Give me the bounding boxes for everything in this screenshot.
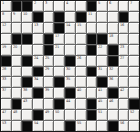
- cell-r5c5-block: [44, 45, 54, 55]
- clue-number: 29: [45, 67, 49, 71]
- clue-number: 18: [109, 34, 113, 38]
- cell-r8c7[interactable]: 35: [65, 77, 75, 87]
- cell-r3c3[interactable]: [22, 23, 32, 33]
- cell-r9c5[interactable]: 39: [44, 88, 54, 98]
- cell-r6c9[interactable]: [87, 56, 97, 66]
- clue-number: 38: [23, 88, 27, 92]
- cell-r6c5[interactable]: 25: [44, 56, 54, 66]
- cell-r5c1[interactable]: 19: [1, 45, 11, 55]
- cell-r4c13[interactable]: [129, 34, 139, 44]
- cell-r3c13[interactable]: [129, 23, 139, 33]
- cell-r1c10[interactable]: 5: [97, 1, 107, 11]
- clue-number: 5: [98, 1, 100, 5]
- cell-r4c12[interactable]: [119, 34, 129, 44]
- cell-r4c6[interactable]: 17: [54, 34, 64, 44]
- cell-r1c6[interactable]: [54, 1, 64, 11]
- cell-r10c5[interactable]: [44, 99, 54, 109]
- clue-number: 24: [34, 56, 38, 60]
- clue-number: 8: [2, 12, 4, 16]
- clue-number: 51: [98, 110, 102, 114]
- cell-r4c9-block: [87, 34, 97, 44]
- cell-r10c9-block: [87, 99, 97, 109]
- cell-r5c13[interactable]: [129, 45, 139, 55]
- cell-r11c6[interactable]: 50: [54, 110, 64, 120]
- cell-r4c11[interactable]: 18: [108, 34, 118, 44]
- clue-number: 19: [2, 45, 6, 49]
- cell-r3c1[interactable]: 12: [1, 23, 11, 33]
- cell-r1c13[interactable]: 7: [129, 1, 139, 11]
- cell-r5c6[interactable]: 21: [54, 45, 64, 55]
- clue-number: 53: [2, 121, 6, 125]
- crossword-grid: 1234567891011121314151617181920212223242…: [0, 0, 140, 132]
- clue-number: 45: [98, 99, 102, 103]
- cell-r9c13[interactable]: [129, 88, 139, 98]
- cell-r5c8[interactable]: [76, 45, 86, 55]
- cell-r8c9[interactable]: [87, 77, 97, 87]
- cell-r1c1[interactable]: 1: [1, 1, 11, 11]
- cell-r11c5[interactable]: 49: [44, 110, 54, 120]
- clue-number: 46: [109, 99, 113, 103]
- cell-r3c11[interactable]: [108, 23, 118, 33]
- cell-r8c4[interactable]: 34: [33, 77, 43, 87]
- clue-number: 39: [45, 88, 49, 92]
- clue-number: 49: [45, 110, 49, 114]
- cell-r1c2-block: [12, 1, 22, 11]
- cell-r5c2[interactable]: 20: [12, 45, 22, 55]
- cell-r12c3-block: [22, 121, 32, 131]
- clue-number: 17: [55, 34, 59, 38]
- cell-r4c7[interactable]: [65, 34, 75, 44]
- cell-r1c7[interactable]: 4: [65, 1, 75, 11]
- cell-r12c7-block: [65, 121, 75, 131]
- cell-r6c7-block: [65, 56, 75, 66]
- cell-r8c12[interactable]: [119, 77, 129, 87]
- clue-number: 52: [130, 110, 134, 114]
- cell-r9c3[interactable]: 38: [22, 88, 32, 98]
- cell-r10c13-block: [129, 99, 139, 109]
- cell-r8c1[interactable]: 33: [1, 77, 11, 87]
- cell-r12c5[interactable]: [44, 121, 54, 131]
- cell-r9c6[interactable]: [54, 88, 64, 98]
- cell-r7c6[interactable]: [54, 67, 64, 77]
- cell-r4c8[interactable]: [76, 34, 86, 44]
- cell-r8c5[interactable]: [44, 77, 54, 87]
- clue-number: 47: [2, 110, 6, 114]
- cell-r8c8[interactable]: [76, 77, 86, 87]
- cell-r6c2[interactable]: [12, 56, 22, 66]
- cell-r11c9-block: [87, 110, 97, 120]
- clue-number: 25: [45, 56, 49, 60]
- cell-r11c2[interactable]: 48: [12, 110, 22, 120]
- cell-r9c2[interactable]: [12, 88, 22, 98]
- cell-r12c4[interactable]: 54: [33, 121, 43, 131]
- cell-r7c5[interactable]: 29: [44, 67, 54, 77]
- cell-r12c1[interactable]: 53: [1, 121, 11, 131]
- crossword-puzzle: 1234567891011121314151617181920212223242…: [0, 0, 140, 132]
- clue-number: 36: [109, 77, 113, 81]
- cell-r4c2-block: [12, 34, 22, 44]
- cell-r9c9[interactable]: [87, 88, 97, 98]
- cell-r1c3-block: [22, 1, 32, 11]
- clue-number: 43: [23, 99, 27, 103]
- cell-r4c5-block: [44, 34, 54, 44]
- clue-number: 44: [66, 99, 70, 103]
- cell-r3c7[interactable]: 14: [65, 23, 75, 33]
- cell-r2c8-block: [76, 12, 86, 22]
- clue-number: 10: [23, 12, 27, 16]
- cell-r11c11[interactable]: [108, 110, 118, 120]
- cell-r4c10-block: [97, 34, 107, 44]
- cell-r2c1[interactable]: 8: [1, 12, 11, 22]
- clue-number: 32: [109, 67, 113, 71]
- cell-r3c8[interactable]: 15: [76, 23, 86, 33]
- cell-r10c1[interactable]: [1, 99, 11, 109]
- cell-r2c13[interactable]: [129, 12, 139, 22]
- cell-r3c10[interactable]: [97, 23, 107, 33]
- cell-r7c3[interactable]: [22, 67, 32, 77]
- cell-r1c8[interactable]: [76, 1, 86, 11]
- clue-number: 21: [55, 45, 59, 49]
- cell-r6c10[interactable]: [97, 56, 107, 66]
- clue-number: 33: [2, 77, 6, 81]
- clue-number: 2: [34, 1, 36, 5]
- clue-number: 31: [98, 67, 102, 71]
- clue-number: 54: [34, 121, 38, 125]
- clue-number: 15: [77, 23, 81, 27]
- cell-r7c2[interactable]: [12, 67, 22, 77]
- cell-r3c2[interactable]: [12, 23, 22, 33]
- cell-r2c7[interactable]: [65, 12, 75, 22]
- cell-r3c4[interactable]: 13: [33, 23, 43, 33]
- cell-r10c4[interactable]: [33, 99, 43, 109]
- cell-r12c8[interactable]: 55: [76, 121, 86, 131]
- cell-r10c10[interactable]: 45: [97, 99, 107, 109]
- cell-r10c11[interactable]: 46: [108, 99, 118, 109]
- cell-r2c10[interactable]: [97, 12, 107, 22]
- cell-r10c12[interactable]: [119, 99, 129, 109]
- cell-r5c7[interactable]: [65, 45, 75, 55]
- cell-r3c6-block: [54, 23, 64, 33]
- cell-r7c8[interactable]: [76, 67, 86, 77]
- clue-number: 35: [66, 77, 70, 81]
- cell-r7c10[interactable]: 31: [97, 67, 107, 77]
- cell-r4c1[interactable]: [1, 34, 11, 44]
- cell-r12c13[interactable]: [129, 121, 139, 131]
- clue-number: 3: [45, 1, 47, 5]
- cell-r11c8[interactable]: [76, 110, 86, 120]
- cell-r7c4-block: [33, 67, 43, 77]
- clue-number: 56: [120, 121, 124, 125]
- clue-number: 11: [88, 12, 92, 16]
- clue-number: 26: [77, 56, 81, 60]
- cell-r7c13[interactable]: [129, 67, 139, 77]
- clue-number: 7: [130, 1, 132, 5]
- cell-r10c3[interactable]: 43: [22, 99, 32, 109]
- clue-number: 50: [55, 110, 59, 114]
- cell-r8c13[interactable]: [129, 77, 139, 87]
- cell-r8c6-block: [54, 77, 64, 87]
- clue-number: 20: [13, 45, 17, 49]
- clue-number: 1: [2, 1, 4, 5]
- clue-number: 37: [2, 88, 6, 92]
- clue-number: 13: [34, 23, 38, 27]
- cell-r7c12[interactable]: [119, 67, 129, 77]
- cell-r8c11[interactable]: 36: [108, 77, 118, 87]
- clue-number: 4: [66, 1, 68, 5]
- cell-r1c4[interactable]: 2: [33, 1, 43, 11]
- cell-r7c11[interactable]: 32: [108, 67, 118, 77]
- cell-r9c1[interactable]: 37: [1, 88, 11, 98]
- clue-number: 55: [77, 121, 81, 125]
- clue-number: 41: [98, 88, 102, 92]
- cell-r9c10[interactable]: 41: [97, 88, 107, 98]
- cell-r11c10[interactable]: 51: [97, 110, 107, 120]
- clue-number: 28: [2, 67, 6, 71]
- cell-r7c9-block: [87, 67, 97, 77]
- cell-r11c4-block: [33, 110, 43, 120]
- clue-number: 22: [98, 45, 102, 49]
- clue-number: 34: [34, 77, 38, 81]
- cell-r2c6-block: [54, 12, 64, 22]
- clue-number: 30: [66, 67, 70, 71]
- cell-r6c1-block: [1, 56, 11, 66]
- cell-r9c4-block: [33, 88, 43, 98]
- cell-r6c11-block: [108, 56, 118, 66]
- cell-r9c11-block: [108, 88, 118, 98]
- cell-r3c12[interactable]: 16: [119, 23, 129, 33]
- cell-r12c12[interactable]: 56: [119, 121, 129, 131]
- cell-r6c12[interactable]: 27: [119, 56, 129, 66]
- cell-r1c12[interactable]: [119, 1, 129, 11]
- cell-r4c4[interactable]: [33, 34, 43, 44]
- cell-r9c8[interactable]: 40: [76, 88, 86, 98]
- clue-number: 14: [66, 23, 70, 27]
- cell-r5c12[interactable]: 23: [119, 45, 129, 55]
- cell-r7c7[interactable]: 30: [65, 67, 75, 77]
- cell-r12c10[interactable]: [97, 121, 107, 131]
- cell-r12c11-block: [108, 121, 118, 131]
- clue-number: 42: [120, 88, 124, 92]
- cell-r6c3-block: [22, 56, 32, 66]
- cell-r6c13[interactable]: [129, 56, 139, 66]
- cell-r3c9[interactable]: [87, 23, 97, 33]
- cell-r9c12[interactable]: 42: [119, 88, 129, 98]
- cell-r5c3[interactable]: [22, 45, 32, 55]
- cell-r8c10-block: [97, 77, 107, 87]
- cell-r2c5[interactable]: [44, 12, 54, 22]
- cell-r10c6-block: [54, 99, 64, 109]
- cell-r2c4-block: [33, 12, 43, 22]
- cell-r2c11[interactable]: [108, 12, 118, 22]
- cell-r8c3-block: [22, 77, 32, 87]
- cell-r5c9-block: [87, 45, 97, 55]
- cell-r11c3[interactable]: [22, 110, 32, 120]
- cell-r5c11-block: [108, 45, 118, 55]
- cell-r2c3[interactable]: 10: [22, 12, 32, 22]
- cell-r4c3-block: [22, 34, 32, 44]
- cell-r2c2[interactable]: 9: [12, 12, 22, 22]
- cell-r1c5[interactable]: 3: [44, 1, 54, 11]
- cell-r11c13[interactable]: 52: [129, 110, 139, 120]
- clue-number: 16: [120, 23, 124, 27]
- cell-r10c7[interactable]: 44: [65, 99, 75, 109]
- cell-r9c7-block: [65, 88, 75, 98]
- clue-number: 6: [109, 1, 111, 5]
- clue-number: 12: [2, 23, 6, 27]
- clue-number: 40: [77, 88, 81, 92]
- cell-r6c4[interactable]: 24: [33, 56, 43, 66]
- cell-r5c4[interactable]: [33, 45, 43, 55]
- cell-r8c2[interactable]: [12, 77, 22, 87]
- cell-r2c9[interactable]: 11: [87, 12, 97, 22]
- cell-r11c12[interactable]: [119, 110, 129, 120]
- cell-r3c5[interactable]: [44, 23, 54, 33]
- cell-r6c6[interactable]: [54, 56, 64, 66]
- cell-r12c9[interactable]: [87, 121, 97, 131]
- clue-number: 9: [13, 12, 15, 16]
- clue-number: 48: [13, 110, 17, 114]
- cell-r10c2-block: [12, 99, 22, 109]
- clue-number: 23: [120, 45, 124, 49]
- cell-r11c7[interactable]: [65, 110, 75, 120]
- cell-r1c9-block: [87, 1, 97, 11]
- cell-r5c10[interactable]: 22: [97, 45, 107, 55]
- cell-r11c1[interactable]: 47: [1, 110, 11, 120]
- cell-r12c2[interactable]: [12, 121, 22, 131]
- cell-r1c11[interactable]: 6: [108, 1, 118, 11]
- clue-number: 27: [120, 56, 124, 60]
- cell-r6c8[interactable]: 26: [76, 56, 86, 66]
- cell-r7c1[interactable]: 28: [1, 67, 11, 77]
- cell-r2c12-block: [119, 12, 129, 22]
- cell-r10c8[interactable]: [76, 99, 86, 109]
- cell-r12c6[interactable]: [54, 121, 64, 131]
